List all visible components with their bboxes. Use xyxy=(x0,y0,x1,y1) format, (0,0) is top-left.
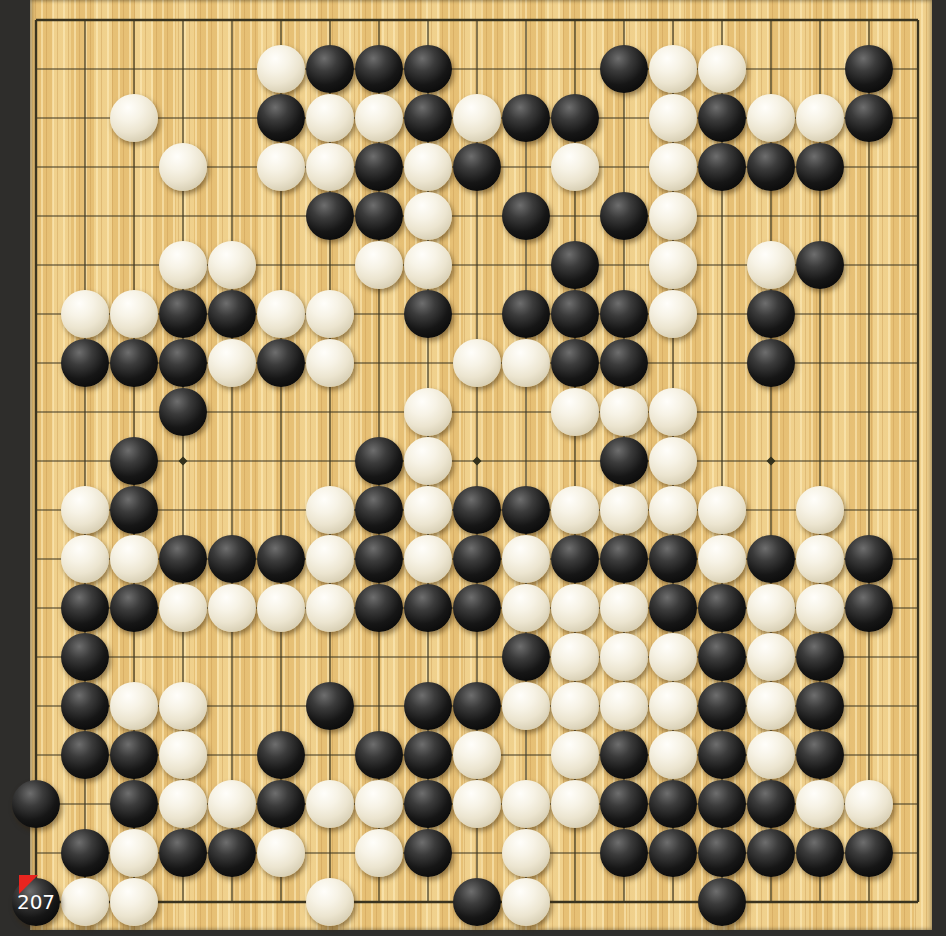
black-stone-13-17 xyxy=(649,829,697,877)
white-stone-13-4 xyxy=(649,192,697,240)
white-stone-11-10 xyxy=(551,486,599,534)
black-stone-8-15 xyxy=(404,731,452,779)
white-stone-13-8 xyxy=(649,388,697,436)
white-stone-4-16 xyxy=(208,780,256,828)
white-stone-10-12 xyxy=(502,584,550,632)
white-stone-16-11 xyxy=(796,535,844,583)
black-stone-0-16 xyxy=(12,780,60,828)
black-stone-11-6 xyxy=(551,290,599,338)
white-stone-14-11 xyxy=(698,535,746,583)
black-stone-4-11 xyxy=(208,535,256,583)
black-stone-2-10 xyxy=(110,486,158,534)
white-stone-10-18 xyxy=(502,878,550,926)
black-stone-11-11 xyxy=(551,535,599,583)
black-stone-14-18 xyxy=(698,878,746,926)
white-stone-16-2 xyxy=(796,94,844,142)
white-stone-8-5 xyxy=(404,241,452,289)
white-stone-2-18 xyxy=(110,878,158,926)
black-stone-16-15 xyxy=(796,731,844,779)
black-stone-13-12 xyxy=(649,584,697,632)
white-stone-16-16 xyxy=(796,780,844,828)
white-stone-8-8 xyxy=(404,388,452,436)
white-stone-16-12 xyxy=(796,584,844,632)
black-stone-17-17 xyxy=(845,829,893,877)
white-stone-9-15 xyxy=(453,731,501,779)
white-stone-15-12 xyxy=(747,584,795,632)
black-stone-1-7 xyxy=(61,339,109,387)
white-stone-4-7 xyxy=(208,339,256,387)
black-stone-12-11 xyxy=(600,535,648,583)
black-stone-8-12 xyxy=(404,584,452,632)
white-stone-15-5 xyxy=(747,241,795,289)
black-stone-9-12 xyxy=(453,584,501,632)
black-stone-14-16 xyxy=(698,780,746,828)
black-stone-17-1 xyxy=(845,45,893,93)
black-stone-11-2 xyxy=(551,94,599,142)
black-stone-7-4 xyxy=(355,192,403,240)
black-stone-2-16 xyxy=(110,780,158,828)
white-stone-11-13 xyxy=(551,633,599,681)
white-stone-7-5 xyxy=(355,241,403,289)
white-stone-9-16 xyxy=(453,780,501,828)
black-stone-12-4 xyxy=(600,192,648,240)
white-stone-13-2 xyxy=(649,94,697,142)
black-stone-5-16 xyxy=(257,780,305,828)
black-stone-13-11 xyxy=(649,535,697,583)
white-stone-5-3 xyxy=(257,143,305,191)
white-stone-10-16 xyxy=(502,780,550,828)
white-stone-13-14 xyxy=(649,682,697,730)
black-stone-7-1 xyxy=(355,45,403,93)
black-stone-15-7 xyxy=(747,339,795,387)
white-stone-4-12 xyxy=(208,584,256,632)
black-stone-15-11 xyxy=(747,535,795,583)
black-stone-17-12 xyxy=(845,584,893,632)
white-stone-8-11 xyxy=(404,535,452,583)
white-stone-9-7 xyxy=(453,339,501,387)
white-stone-6-12 xyxy=(306,584,354,632)
black-stone-16-3 xyxy=(796,143,844,191)
white-stone-7-16 xyxy=(355,780,403,828)
white-stone-12-8 xyxy=(600,388,648,436)
white-stone-3-15 xyxy=(159,731,207,779)
black-stone-3-17 xyxy=(159,829,207,877)
black-stone-7-12 xyxy=(355,584,403,632)
black-stone-8-14 xyxy=(404,682,452,730)
white-stone-5-1 xyxy=(257,45,305,93)
white-stone-13-3 xyxy=(649,143,697,191)
black-stone-6-1 xyxy=(306,45,354,93)
black-stone-10-2 xyxy=(502,94,550,142)
black-stone-16-5 xyxy=(796,241,844,289)
white-stone-13-9 xyxy=(649,437,697,485)
white-stone-7-17 xyxy=(355,829,403,877)
white-stone-1-6 xyxy=(61,290,109,338)
black-stone-10-10 xyxy=(502,486,550,534)
white-stone-12-12 xyxy=(600,584,648,632)
white-stone-15-13 xyxy=(747,633,795,681)
black-stone-9-18 xyxy=(453,878,501,926)
white-stone-13-13 xyxy=(649,633,697,681)
white-stone-12-13 xyxy=(600,633,648,681)
white-stone-1-10 xyxy=(61,486,109,534)
black-stone-15-6 xyxy=(747,290,795,338)
black-stone-4-17 xyxy=(208,829,256,877)
black-stone-9-10 xyxy=(453,486,501,534)
black-stone-14-14 xyxy=(698,682,746,730)
black-stone-15-16 xyxy=(747,780,795,828)
black-stone-3-8 xyxy=(159,388,207,436)
black-stone-10-13 xyxy=(502,633,550,681)
black-stone-8-6 xyxy=(404,290,452,338)
black-stone-14-17 xyxy=(698,829,746,877)
white-stone-6-3 xyxy=(306,143,354,191)
black-stone-3-7 xyxy=(159,339,207,387)
white-stone-8-4 xyxy=(404,192,452,240)
white-stone-2-2 xyxy=(110,94,158,142)
black-stone-12-15 xyxy=(600,731,648,779)
black-stone-5-7 xyxy=(257,339,305,387)
black-stone-7-3 xyxy=(355,143,403,191)
white-stone-13-10 xyxy=(649,486,697,534)
black-stone-16-13 xyxy=(796,633,844,681)
black-stone-17-11 xyxy=(845,535,893,583)
white-stone-11-14 xyxy=(551,682,599,730)
black-stone-12-7 xyxy=(600,339,648,387)
black-stone-1-13 xyxy=(61,633,109,681)
white-stone-17-16 xyxy=(845,780,893,828)
black-stone-2-15 xyxy=(110,731,158,779)
black-stone-11-5 xyxy=(551,241,599,289)
black-stone-9-11 xyxy=(453,535,501,583)
white-stone-10-14 xyxy=(502,682,550,730)
white-stone-6-11 xyxy=(306,535,354,583)
black-stone-12-16 xyxy=(600,780,648,828)
white-stone-4-5 xyxy=(208,241,256,289)
white-stone-15-14 xyxy=(747,682,795,730)
black-stone-17-2 xyxy=(845,94,893,142)
black-stone-9-14 xyxy=(453,682,501,730)
black-stone-5-2 xyxy=(257,94,305,142)
white-stone-3-3 xyxy=(159,143,207,191)
white-stone-6-6 xyxy=(306,290,354,338)
white-stone-5-12 xyxy=(257,584,305,632)
white-stone-6-10 xyxy=(306,486,354,534)
white-stone-6-7 xyxy=(306,339,354,387)
white-stone-6-18 xyxy=(306,878,354,926)
white-stone-12-14 xyxy=(600,682,648,730)
white-stone-8-10 xyxy=(404,486,452,534)
black-stone-15-3 xyxy=(747,143,795,191)
black-stone-12-6 xyxy=(600,290,648,338)
black-stone-6-14 xyxy=(306,682,354,730)
black-stone-1-17 xyxy=(61,829,109,877)
black-stone-6-4 xyxy=(306,192,354,240)
black-stone-14-3 xyxy=(698,143,746,191)
black-stone-3-11 xyxy=(159,535,207,583)
black-stone-14-2 xyxy=(698,94,746,142)
black-stone-13-16 xyxy=(649,780,697,828)
white-stone-13-15 xyxy=(649,731,697,779)
white-stone-7-2 xyxy=(355,94,403,142)
white-stone-2-14 xyxy=(110,682,158,730)
white-stone-12-10 xyxy=(600,486,648,534)
white-stone-11-3 xyxy=(551,143,599,191)
white-stone-3-12 xyxy=(159,584,207,632)
black-stone-14-15 xyxy=(698,731,746,779)
black-stone-1-14 xyxy=(61,682,109,730)
white-stone-13-1 xyxy=(649,45,697,93)
black-stone-7-11 xyxy=(355,535,403,583)
white-stone-1-11 xyxy=(61,535,109,583)
black-stone-10-6 xyxy=(502,290,550,338)
black-stone-5-15 xyxy=(257,731,305,779)
white-stone-15-2 xyxy=(747,94,795,142)
black-stone-3-6 xyxy=(159,290,207,338)
black-stone-8-17 xyxy=(404,829,452,877)
black-stone-7-15 xyxy=(355,731,403,779)
black-stone-7-9 xyxy=(355,437,403,485)
black-stone-12-9 xyxy=(600,437,648,485)
black-stone-16-14 xyxy=(796,682,844,730)
stones-layer: 207 xyxy=(0,0,946,936)
white-stone-14-10 xyxy=(698,486,746,534)
white-stone-2-6 xyxy=(110,290,158,338)
black-stone-2-9 xyxy=(110,437,158,485)
black-stone-16-17 xyxy=(796,829,844,877)
white-stone-5-17 xyxy=(257,829,305,877)
black-stone-2-12 xyxy=(110,584,158,632)
black-stone-8-2 xyxy=(404,94,452,142)
white-stone-11-16 xyxy=(551,780,599,828)
white-stone-2-11 xyxy=(110,535,158,583)
white-stone-8-3 xyxy=(404,143,452,191)
white-stone-14-1 xyxy=(698,45,746,93)
black-stone-4-6 xyxy=(208,290,256,338)
white-stone-13-5 xyxy=(649,241,697,289)
black-stone-12-1 xyxy=(600,45,648,93)
black-stone-8-1 xyxy=(404,45,452,93)
white-stone-2-17 xyxy=(110,829,158,877)
last-move-marker-icon xyxy=(19,875,38,894)
black-stone-9-3 xyxy=(453,143,501,191)
white-stone-10-7 xyxy=(502,339,550,387)
black-stone-12-17 xyxy=(600,829,648,877)
white-stone-9-2 xyxy=(453,94,501,142)
white-stone-11-15 xyxy=(551,731,599,779)
white-stone-5-6 xyxy=(257,290,305,338)
black-stone-5-11 xyxy=(257,535,305,583)
white-stone-8-9 xyxy=(404,437,452,485)
white-stone-11-12 xyxy=(551,584,599,632)
black-stone-14-12 xyxy=(698,584,746,632)
black-stone-7-10 xyxy=(355,486,403,534)
go-app-window: 207 xyxy=(0,0,946,936)
black-stone-8-16 xyxy=(404,780,452,828)
black-stone-15-17 xyxy=(747,829,795,877)
black-stone-11-7 xyxy=(551,339,599,387)
black-stone-10-4 xyxy=(502,192,550,240)
white-stone-3-5 xyxy=(159,241,207,289)
black-stone-14-13 xyxy=(698,633,746,681)
white-stone-10-17 xyxy=(502,829,550,877)
white-stone-6-2 xyxy=(306,94,354,142)
white-stone-1-18 xyxy=(61,878,109,926)
white-stone-16-10 xyxy=(796,486,844,534)
black-stone-1-15 xyxy=(61,731,109,779)
white-stone-13-6 xyxy=(649,290,697,338)
black-stone-1-12 xyxy=(61,584,109,632)
white-stone-10-11 xyxy=(502,535,550,583)
white-stone-3-14 xyxy=(159,682,207,730)
white-stone-6-16 xyxy=(306,780,354,828)
white-stone-15-15 xyxy=(747,731,795,779)
white-stone-3-16 xyxy=(159,780,207,828)
white-stone-11-8 xyxy=(551,388,599,436)
black-stone-2-7 xyxy=(110,339,158,387)
